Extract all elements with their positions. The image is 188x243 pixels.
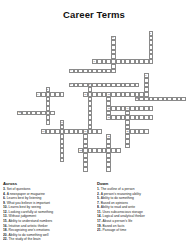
clue-item: 21.Passage of time	[97, 228, 185, 233]
clue-number: 14	[126, 107, 128, 109]
clue-number: 6	[70, 83, 71, 85]
clue-item-number: 16.	[3, 224, 8, 228]
clue-item-number: 7.	[97, 201, 100, 205]
clue-item-number: 8.	[97, 205, 100, 209]
clue-item-number: 13.	[3, 214, 8, 218]
clue-number: 4	[70, 69, 71, 71]
clue-item-number: 21.	[97, 228, 102, 232]
down-clues: Down 1.The outline of a person2.A person…	[97, 181, 185, 233]
crossword-worksheet: { "game": "crossword", "title": "Career …	[0, 0, 188, 243]
grid-cell[interactable]	[135, 83, 140, 88]
clue-number: 1	[150, 32, 151, 34]
clue-item-number: 20.	[3, 233, 8, 237]
clue-number: 22	[80, 149, 82, 151]
clue-number: 12	[136, 97, 138, 99]
clue-number: 18	[42, 130, 44, 132]
across-list: 3.Set of questions4.A newspaper or magaz…	[3, 187, 91, 242]
clue-number: 2	[112, 36, 113, 38]
clue-item-number: 6.	[3, 196, 6, 200]
grid-cell[interactable]	[144, 129, 149, 134]
clue-item-number: 15.	[3, 219, 8, 223]
clue-number: 15	[19, 111, 21, 113]
clue-item-number: 10.	[3, 205, 8, 209]
clue-item-number: 4.	[3, 192, 6, 196]
clue-number: 16	[108, 116, 110, 118]
grid-cell[interactable]	[60, 158, 65, 163]
clue-number: 9	[37, 93, 38, 95]
clue-item-number: 5.	[97, 196, 100, 200]
clue-item-number: 2.	[97, 192, 100, 196]
grid-cell[interactable]	[97, 129, 102, 134]
grid-cell[interactable]	[149, 59, 154, 64]
clue-item-number: 1.	[97, 187, 100, 191]
grid-cell[interactable]	[83, 167, 88, 172]
clue-item-number: 9.	[3, 201, 6, 205]
grid-cell[interactable]	[181, 97, 186, 102]
clue-item-number: 3.	[3, 187, 6, 191]
grid-cell[interactable]	[149, 115, 154, 120]
clue-item-number: 19.	[97, 224, 102, 228]
down-heading: Down	[97, 181, 185, 186]
clue-number: 13	[108, 107, 110, 109]
clue-number: 21	[108, 135, 110, 137]
clue-item-number: 11.	[97, 210, 101, 214]
clue-number: 11	[108, 93, 110, 95]
across-clues: Across 3.Set of questions4.A newspaper o…	[3, 181, 91, 242]
down-list: 1.The outline of a person2.A person's re…	[97, 187, 185, 232]
clue-number: 20	[126, 130, 128, 132]
clue-item-number: 14.	[97, 214, 102, 218]
clue-item-number: 12.	[3, 210, 8, 214]
grid-cell[interactable]	[125, 144, 130, 149]
grid-cell[interactable]	[60, 92, 65, 97]
page-title: Career Terms	[0, 9, 188, 20]
grid-cell[interactable]	[116, 148, 121, 153]
grid-cell[interactable]	[50, 111, 55, 116]
across-heading: Across	[3, 181, 91, 186]
clue-item-number: 17.	[97, 219, 102, 223]
clue-number: 3	[94, 60, 95, 62]
grid-cell[interactable]	[149, 106, 154, 111]
clue-item: 22.The study of the brain	[3, 237, 91, 242]
clue-number: 8	[47, 88, 48, 90]
grid-cell[interactable]	[106, 167, 111, 172]
clue-number: 7	[89, 83, 90, 85]
clue-item-number: 18.	[3, 228, 8, 232]
clue-item-number: 22.	[3, 237, 8, 241]
clue-number: 17	[61, 121, 63, 123]
clue-number: 5	[145, 74, 146, 76]
crossword-grid: 12345678910111213141516171819202122	[8, 31, 186, 172]
grid-cell[interactable]	[111, 69, 116, 74]
grid-cell[interactable]	[46, 120, 51, 125]
clue-number: 10	[84, 93, 86, 95]
clue-number: 19	[84, 130, 86, 132]
